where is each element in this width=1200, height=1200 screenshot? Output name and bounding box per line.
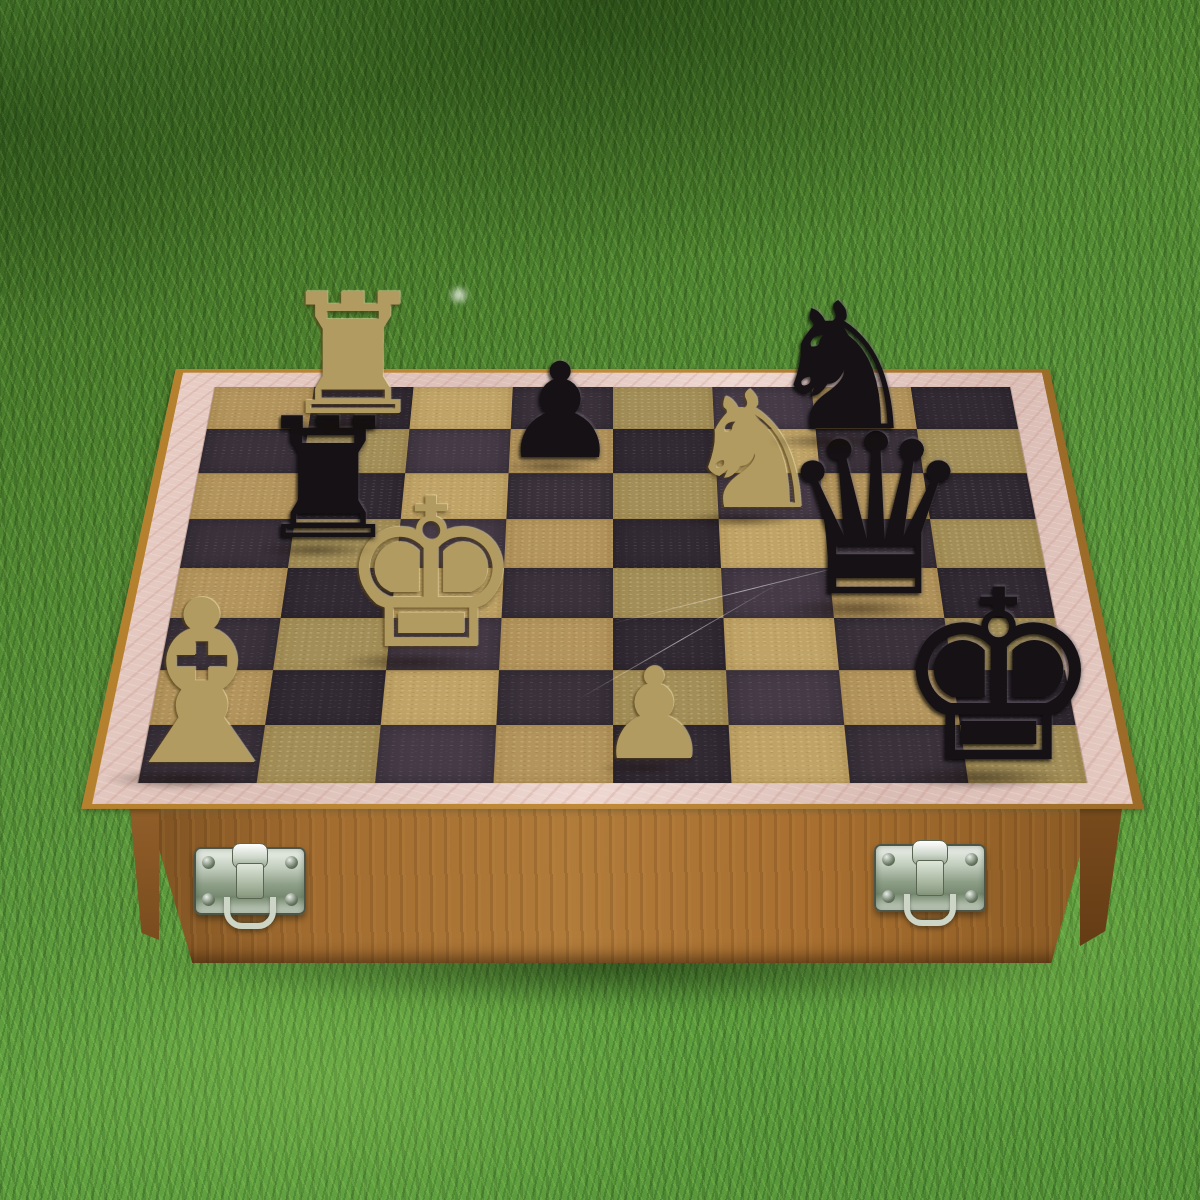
clasp-screw: [965, 853, 978, 866]
square-f1[interactable]: [728, 725, 849, 783]
clasp-tongue: [916, 860, 944, 896]
clasp-catch-loop: [224, 897, 276, 929]
clasp-screw: [965, 890, 978, 903]
pawn-glyph: ♟: [598, 641, 711, 788]
piece-white-pawn-e8[interactable]: ♟: [598, 652, 711, 778]
latch-clasp-left: [194, 847, 306, 915]
square-c1[interactable]: [375, 725, 496, 783]
piece-white-rook-b1[interactable]: ♜: [278, 272, 428, 439]
clasp-screw: [202, 856, 215, 869]
square-f2[interactable]: [726, 670, 844, 725]
clasp-screw: [882, 890, 895, 903]
clasp-catch-loop: [904, 894, 956, 926]
rook-glyph: ♜: [278, 258, 428, 452]
piece-black-knight-g1[interactable]: ♞: [765, 280, 922, 455]
latch-clasp-right: [874, 844, 986, 912]
knight-glyph: ♞: [765, 266, 922, 469]
piece-white-bishop-a8[interactable]: ♝: [100, 571, 303, 797]
pawn-glyph: ♟: [501, 334, 619, 488]
clasp-screw: [882, 853, 895, 866]
piece-black-pawn-d2[interactable]: ♟: [501, 345, 619, 477]
clasp-screw: [285, 893, 298, 906]
bishop-glyph: ♝: [100, 552, 303, 815]
clasp-screw: [285, 856, 298, 869]
grass-highlight-speck: [446, 286, 472, 304]
clasp-tongue: [236, 863, 264, 899]
square-d1[interactable]: [494, 725, 613, 783]
clasp-screw: [202, 893, 215, 906]
photo-scene: ♝♟♚♚♛♜♞♟♜♞: [0, 0, 1200, 1200]
